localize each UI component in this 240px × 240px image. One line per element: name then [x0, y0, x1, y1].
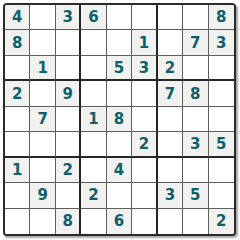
cell-r9c9-given-digit: 2 — [209, 209, 234, 234]
cell-r7c9-empty[interactable] — [209, 158, 234, 183]
sudoku-page: 43688173153229787182351249235862 — [0, 0, 240, 240]
cell-r1c4-given-digit: 6 — [81, 5, 106, 30]
cell-r2c2-empty[interactable] — [30, 30, 55, 55]
cell-r3c7-given-digit: 2 — [158, 56, 183, 81]
cell-r3c8-empty[interactable] — [183, 56, 208, 81]
cell-r3c3-empty[interactable] — [56, 56, 81, 81]
cell-r3c2-given-digit: 1 — [30, 56, 55, 81]
cell-r9c3-given-digit: 8 — [56, 209, 81, 234]
cell-r1c3-given-digit: 3 — [56, 5, 81, 30]
cell-r8c1-empty[interactable] — [5, 183, 30, 208]
cell-r5c2-given-digit: 7 — [30, 107, 55, 132]
cell-r2c8-given-digit: 7 — [183, 30, 208, 55]
cell-r4c5-empty[interactable] — [107, 81, 132, 106]
cell-r9c2-empty[interactable] — [30, 209, 55, 234]
cell-r9c8-empty[interactable] — [183, 209, 208, 234]
cell-r3c5-given-digit: 5 — [107, 56, 132, 81]
cell-r9c6-empty[interactable] — [132, 209, 157, 234]
cell-r7c8-empty[interactable] — [183, 158, 208, 183]
cell-r1c5-empty[interactable] — [107, 5, 132, 30]
cell-r6c8-given-digit: 3 — [183, 132, 208, 157]
cell-r2c3-empty[interactable] — [56, 30, 81, 55]
cell-r1c6-empty[interactable] — [132, 5, 157, 30]
cell-r7c5-given-digit: 4 — [107, 158, 132, 183]
cell-r6c4-empty[interactable] — [81, 132, 106, 157]
cell-r1c9-given-digit: 8 — [209, 5, 234, 30]
cell-r8c9-empty[interactable] — [209, 183, 234, 208]
cell-r2c9-given-digit: 3 — [209, 30, 234, 55]
cell-r6c9-given-digit: 5 — [209, 132, 234, 157]
cell-r9c7-empty[interactable] — [158, 209, 183, 234]
cell-r6c1-empty[interactable] — [5, 132, 30, 157]
cell-r9c5-given-digit: 6 — [107, 209, 132, 234]
cell-r2c7-empty[interactable] — [158, 30, 183, 55]
cell-r7c3-given-digit: 2 — [56, 158, 81, 183]
cell-r3c1-empty[interactable] — [5, 56, 30, 81]
cell-r3c9-empty[interactable] — [209, 56, 234, 81]
cell-r6c6-given-digit: 2 — [132, 132, 157, 157]
cell-r8c6-empty[interactable] — [132, 183, 157, 208]
cell-r2c1-given-digit: 8 — [5, 30, 30, 55]
cell-r5c7-empty[interactable] — [158, 107, 183, 132]
cell-r4c2-empty[interactable] — [30, 81, 55, 106]
cell-r4c4-empty[interactable] — [81, 81, 106, 106]
cell-r4c9-empty[interactable] — [209, 81, 234, 106]
cell-r2c4-empty[interactable] — [81, 30, 106, 55]
cell-r8c5-empty[interactable] — [107, 183, 132, 208]
cell-r6c2-empty[interactable] — [30, 132, 55, 157]
cell-r7c4-empty[interactable] — [81, 158, 106, 183]
cell-r1c8-empty[interactable] — [183, 5, 208, 30]
cell-r4c6-empty[interactable] — [132, 81, 157, 106]
cell-r7c6-empty[interactable] — [132, 158, 157, 183]
cell-r3c4-empty[interactable] — [81, 56, 106, 81]
cell-r7c1-given-digit: 1 — [5, 158, 30, 183]
sudoku-board: 43688173153229787182351249235862 — [3, 3, 236, 236]
cell-r9c1-empty[interactable] — [5, 209, 30, 234]
cell-r5c9-empty[interactable] — [209, 107, 234, 132]
cell-r8c3-empty[interactable] — [56, 183, 81, 208]
cell-r5c3-empty[interactable] — [56, 107, 81, 132]
cell-r2c5-empty[interactable] — [107, 30, 132, 55]
cell-r6c7-empty[interactable] — [158, 132, 183, 157]
cell-r7c7-empty[interactable] — [158, 158, 183, 183]
cell-r4c3-given-digit: 9 — [56, 81, 81, 106]
cell-r8c2-given-digit: 9 — [30, 183, 55, 208]
cell-r8c4-given-digit: 2 — [81, 183, 106, 208]
cell-r2c6-given-digit: 1 — [132, 30, 157, 55]
cell-r1c1-given-digit: 4 — [5, 5, 30, 30]
cell-r8c8-given-digit: 5 — [183, 183, 208, 208]
cell-r5c1-empty[interactable] — [5, 107, 30, 132]
cell-r1c7-empty[interactable] — [158, 5, 183, 30]
cell-r7c2-empty[interactable] — [30, 158, 55, 183]
cell-r5c8-empty[interactable] — [183, 107, 208, 132]
cell-r5c6-empty[interactable] — [132, 107, 157, 132]
cell-r4c8-given-digit: 8 — [183, 81, 208, 106]
cell-r4c7-given-digit: 7 — [158, 81, 183, 106]
cell-r9c4-empty[interactable] — [81, 209, 106, 234]
cell-r1c2-empty[interactable] — [30, 5, 55, 30]
cell-r3c6-given-digit: 3 — [132, 56, 157, 81]
cell-r6c3-empty[interactable] — [56, 132, 81, 157]
cell-r4c1-given-digit: 2 — [5, 81, 30, 106]
cell-r5c5-given-digit: 8 — [107, 107, 132, 132]
cell-r8c7-given-digit: 3 — [158, 183, 183, 208]
cell-r6c5-empty[interactable] — [107, 132, 132, 157]
cell-r5c4-given-digit: 1 — [81, 107, 106, 132]
